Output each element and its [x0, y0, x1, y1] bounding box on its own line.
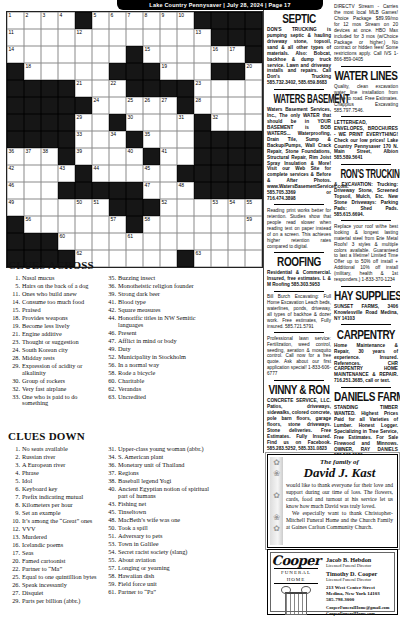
- clue-number: 33: [77, 132, 83, 137]
- ad-text: Home Maintenance & Repair, 30 years of e…: [334, 343, 398, 384]
- clue-number: 27: [162, 98, 168, 103]
- clue-number: 60: [60, 234, 66, 239]
- black-cell: [58, 148, 75, 165]
- white-cell[interactable]: 59: [245, 216, 262, 233]
- clue-number: 54: [230, 200, 236, 205]
- white-cell[interactable]: [194, 46, 211, 63]
- clue-number: 39: [77, 149, 83, 154]
- clue-number: 31: [179, 115, 185, 120]
- white-cell[interactable]: 44: [92, 165, 109, 182]
- clue-number: 25: [128, 98, 134, 103]
- white-cell[interactable]: 26: [143, 97, 160, 114]
- clue-item: 37.Regions: [104, 470, 210, 477]
- clue-number: 37: [26, 149, 32, 154]
- clue-item: 12.VVV: [8, 526, 107, 533]
- white-cell[interactable]: [126, 165, 143, 182]
- white-cell[interactable]: [194, 199, 211, 216]
- black-cell: [211, 131, 228, 148]
- black-cell: [194, 182, 211, 199]
- white-cell[interactable]: 12: [75, 29, 92, 46]
- black-cell: [177, 250, 194, 267]
- white-cell[interactable]: [24, 199, 41, 216]
- white-cell[interactable]: [160, 250, 177, 267]
- clue-item: 29.Expression of acidity or alkalinity: [8, 363, 98, 377]
- clue-item: 40.Ancient Egyptian notion of spiritual …: [104, 486, 210, 500]
- black-cell: [24, 233, 41, 250]
- white-cell[interactable]: [211, 216, 228, 233]
- masthead-banner: Lake Country Pennysaver | July 28, 2024 …: [117, 0, 323, 10]
- black-cell: [7, 80, 24, 97]
- white-cell[interactable]: [92, 250, 109, 267]
- white-cell[interactable]: [58, 29, 75, 46]
- clue-number: 36: [9, 149, 15, 154]
- black-cell: [245, 46, 262, 63]
- clue-item: 62.Verandas: [104, 386, 210, 393]
- clue-number: 44: [94, 166, 100, 171]
- clue-number: 14: [9, 47, 15, 52]
- white-cell[interactable]: [160, 131, 177, 148]
- funeral-home-ad: Cooper FUNERAL HOME Jacob B. Hebdon Lice…: [267, 549, 398, 615]
- white-cell[interactable]: [211, 233, 228, 250]
- clue-number: 23: [196, 81, 202, 86]
- ad-text: Bill Burch Excavating: Full Home Excavat…: [267, 294, 331, 330]
- white-cell[interactable]: [24, 46, 41, 63]
- clue-item: 61.Partner to “Pa”: [104, 589, 210, 596]
- clue-item: 25.Equal to one quintillion bytes: [8, 574, 107, 581]
- white-cell[interactable]: [58, 63, 75, 80]
- clue-item: 22.Partner to “Ma”: [8, 566, 107, 573]
- clue-item: 54.Secret racist society (slang): [104, 549, 210, 556]
- white-cell[interactable]: [41, 165, 58, 182]
- white-cell[interactable]: [109, 46, 126, 63]
- black-cell: [75, 165, 92, 182]
- cooper-email[interactable]: CooperFuneralHome@gmail.com: [326, 605, 394, 611]
- white-cell[interactable]: [109, 165, 126, 182]
- white-cell[interactable]: [41, 63, 58, 80]
- white-cell[interactable]: 33: [75, 131, 92, 148]
- black-cell: [126, 46, 143, 63]
- clue-number: 29: [77, 115, 83, 120]
- white-cell[interactable]: 10: [177, 12, 194, 29]
- white-cell[interactable]: [177, 46, 194, 63]
- white-cell[interactable]: [177, 199, 194, 216]
- clue-item: 60.Charitable: [104, 378, 210, 385]
- white-cell[interactable]: [245, 233, 262, 250]
- white-cell[interactable]: [160, 182, 177, 199]
- white-cell[interactable]: 4: [58, 12, 75, 29]
- black-cell: [228, 182, 245, 199]
- white-cell[interactable]: [211, 80, 228, 97]
- clue-number: 22: [111, 81, 117, 86]
- white-cell[interactable]: [143, 250, 160, 267]
- white-cell[interactable]: [143, 114, 160, 131]
- memorial-paragraph: We especially want to thank Christopher-…: [286, 510, 393, 531]
- white-cell[interactable]: [92, 46, 109, 63]
- white-cell[interactable]: 15: [143, 46, 160, 63]
- white-cell[interactable]: 1: [7, 12, 24, 29]
- white-cell[interactable]: [228, 97, 245, 114]
- black-cell: [245, 148, 262, 165]
- ad-headline: ROOFING: [267, 253, 331, 272]
- clue-number: 28: [196, 98, 202, 103]
- black-cell: [7, 114, 24, 131]
- black-cell: [41, 114, 58, 131]
- white-cell[interactable]: [228, 216, 245, 233]
- white-cell[interactable]: [109, 29, 126, 46]
- clue-item: 6.Keyboard key: [8, 486, 107, 493]
- clue-number: 6: [111, 13, 114, 18]
- white-cell[interactable]: [75, 233, 92, 250]
- white-cell[interactable]: 61: [126, 233, 143, 250]
- black-cell: [211, 165, 228, 182]
- white-cell[interactable]: 14: [7, 46, 24, 63]
- white-cell[interactable]: 11: [7, 29, 24, 46]
- black-cell: [245, 29, 262, 46]
- clue-item: 58.Hawaiian dish: [104, 573, 210, 580]
- white-cell[interactable]: [194, 63, 211, 80]
- black-cell: [58, 80, 75, 97]
- clue-item: 36.Monotheistic religion founder: [104, 283, 210, 290]
- cooper-website[interactable]: CooperFuneralHome.com: [326, 611, 394, 617]
- black-cell: [41, 97, 58, 114]
- white-cell[interactable]: 19: [160, 63, 177, 80]
- white-cell[interactable]: 13: [194, 29, 211, 46]
- white-cell[interactable]: [92, 63, 109, 80]
- white-cell[interactable]: 56: [24, 216, 41, 233]
- clue-item: 44.Honorific titles in NW Semitic langua…: [104, 315, 210, 329]
- white-cell[interactable]: [177, 216, 194, 233]
- white-cell[interactable]: 63: [194, 250, 211, 267]
- clue-item: 11.Ones who build anew: [8, 291, 98, 298]
- white-cell[interactable]: [177, 63, 194, 80]
- white-cell[interactable]: [58, 46, 75, 63]
- clue-item: 58.Rode a bicycle: [104, 370, 210, 377]
- ad-text: DIRECTV Stream - Carries the most local …: [334, 4, 398, 63]
- white-cell[interactable]: [41, 29, 58, 46]
- black-cell: [7, 63, 24, 80]
- clue-item: 16.Icelandic poems: [8, 542, 107, 549]
- ad-text: Professional lawn service: Fertilization…: [267, 336, 331, 377]
- white-cell[interactable]: [245, 114, 262, 131]
- clue-item: 51.Adversary to pets: [104, 533, 210, 540]
- white-cell[interactable]: 60: [58, 233, 75, 250]
- ad-text: SUNSET FARMS, 3406 Knowlesville Road Med…: [334, 304, 398, 322]
- black-cell: [245, 165, 262, 182]
- black-cell: [228, 131, 245, 148]
- white-cell[interactable]: 21: [75, 80, 92, 97]
- white-cell[interactable]: [92, 131, 109, 148]
- white-cell[interactable]: 3: [41, 12, 58, 29]
- white-cell[interactable]: [160, 165, 177, 182]
- white-cell[interactable]: 32: [211, 114, 228, 131]
- white-cell[interactable]: [92, 216, 109, 233]
- white-cell[interactable]: [143, 29, 160, 46]
- black-cell: [194, 165, 211, 182]
- ad-divider: [274, 332, 324, 333]
- white-cell[interactable]: [177, 29, 194, 46]
- white-cell[interactable]: [109, 97, 126, 114]
- white-cell[interactable]: [228, 80, 245, 97]
- ad-headline: WATER LINES: [334, 67, 398, 86]
- black-cell: [24, 80, 41, 97]
- white-cell[interactable]: 8: [143, 12, 160, 29]
- ads-column-left: SEPTICDON'S TRUCKING is pumping septic &…: [267, 10, 331, 453]
- white-cell[interactable]: 23: [194, 80, 211, 97]
- white-cell[interactable]: 17: [228, 46, 245, 63]
- white-cell[interactable]: 41: [160, 148, 177, 165]
- white-cell[interactable]: [160, 46, 177, 63]
- clue-item: 42.Square measures: [104, 307, 210, 314]
- ad-text: STANDING TIMBER WANTED. Highest Prices P…: [334, 405, 398, 458]
- clue-item: 29.Parts per billion (abbr.): [8, 598, 107, 605]
- white-cell[interactable]: 37: [24, 148, 41, 165]
- white-cell[interactable]: [194, 216, 211, 233]
- black-cell: [109, 182, 126, 199]
- white-cell[interactable]: [58, 216, 75, 233]
- clue-number: 15: [145, 47, 151, 52]
- white-cell[interactable]: [75, 63, 92, 80]
- clues-across-col2: 35.Buzzing insect36.Monotheistic religio…: [104, 275, 210, 402]
- clue-number: 38: [43, 149, 49, 154]
- white-cell[interactable]: 25: [126, 97, 143, 114]
- white-cell[interactable]: [24, 165, 41, 182]
- white-cell[interactable]: 35: [143, 131, 160, 148]
- clue-number: 51: [94, 200, 100, 205]
- white-cell[interactable]: 28: [194, 97, 211, 114]
- clue-item: 43.Fishing net: [104, 501, 210, 508]
- white-cell[interactable]: [109, 233, 126, 250]
- white-cell[interactable]: [75, 216, 92, 233]
- white-cell[interactable]: [245, 80, 262, 97]
- clue-item: 15.Praised: [8, 307, 98, 314]
- white-cell[interactable]: 39: [75, 148, 92, 165]
- white-cell[interactable]: 7: [126, 12, 143, 29]
- white-cell[interactable]: 46: [7, 182, 24, 199]
- white-cell[interactable]: 22: [109, 80, 126, 97]
- white-cell[interactable]: [177, 131, 194, 148]
- white-cell[interactable]: 50: [75, 199, 92, 216]
- clue-number: 19: [162, 64, 168, 69]
- ad-headline: DANIELS FARM: [334, 388, 398, 407]
- white-cell[interactable]: [160, 216, 177, 233]
- white-cell[interactable]: [228, 250, 245, 267]
- black-cell: [126, 131, 143, 148]
- clues-down-col1: 1.No seats available2.Russian river3.A E…: [8, 446, 107, 606]
- clue-item: 23.Thought or suggestion: [8, 339, 98, 346]
- clue-item: 47.Afflict in mind or body: [104, 338, 210, 345]
- white-cell[interactable]: 16: [211, 46, 228, 63]
- clue-number: 48: [179, 183, 185, 188]
- clue-number: 49: [9, 200, 15, 205]
- white-cell[interactable]: 52: [160, 199, 177, 216]
- clue-number: 1: [9, 13, 12, 18]
- white-cell[interactable]: [109, 148, 126, 165]
- clue-number: 42: [9, 166, 15, 171]
- white-cell[interactable]: 57: [109, 216, 126, 233]
- white-cell[interactable]: 2: [24, 12, 41, 29]
- white-cell[interactable]: 58: [143, 216, 160, 233]
- ad-divider: [274, 291, 324, 292]
- black-cell: [143, 148, 160, 165]
- white-cell[interactable]: 55: [245, 199, 262, 216]
- ad-divider: [341, 220, 391, 221]
- white-cell[interactable]: 40: [126, 148, 143, 165]
- clue-item: 39.Strong dark beer: [104, 291, 210, 298]
- white-cell[interactable]: [41, 216, 58, 233]
- black-cell: [109, 199, 126, 216]
- black-cell: [126, 216, 143, 233]
- black-cell: [24, 114, 41, 131]
- white-cell[interactable]: [92, 80, 109, 97]
- crossword-grid[interactable]: 1234567891011121314151617181920212223242…: [6, 11, 263, 268]
- ad-text: & EXCAVATION: Trucking: Driveway Stone, …: [334, 182, 398, 218]
- black-cell: [228, 29, 245, 46]
- clue-item: 17.Seas: [8, 550, 107, 557]
- white-cell[interactable]: [41, 182, 58, 199]
- clue-item: 36.Monetary unit of Thailand: [104, 462, 210, 469]
- white-cell[interactable]: 9: [160, 12, 177, 29]
- white-cell[interactable]: 42: [7, 165, 24, 182]
- black-cell: [58, 131, 75, 148]
- clue-number: 10: [179, 13, 185, 18]
- black-cell: [194, 148, 211, 165]
- black-cell: [41, 233, 58, 250]
- black-cell: [126, 80, 143, 97]
- white-cell[interactable]: [58, 199, 75, 216]
- white-cell[interactable]: 6: [109, 12, 126, 29]
- clue-number: 26: [145, 98, 151, 103]
- white-cell[interactable]: [109, 250, 126, 267]
- clue-number: 32: [213, 115, 219, 120]
- white-cell[interactable]: [41, 199, 58, 216]
- ad-headline: HAY SUPPLIES: [334, 287, 398, 306]
- white-cell[interactable]: [177, 148, 194, 165]
- white-cell[interactable]: 30: [126, 114, 143, 131]
- white-cell[interactable]: 48: [177, 182, 194, 199]
- white-cell[interactable]: [245, 250, 262, 267]
- clue-item: 26.Speak incessantly: [8, 582, 107, 589]
- ad-text: Waters Basement Services, Inc., The only…: [267, 107, 331, 202]
- black-cell: [58, 182, 75, 199]
- ad-text: DON'S TRUCKING is pumping septic & hauli…: [267, 27, 331, 86]
- clues-down-heading: CLUES DOWN: [8, 431, 85, 442]
- white-cell[interactable]: [194, 233, 211, 250]
- white-cell[interactable]: [41, 46, 58, 63]
- clue-number: 57: [111, 217, 117, 222]
- white-cell[interactable]: 24: [92, 97, 109, 114]
- black-cell: [245, 182, 262, 199]
- white-cell[interactable]: [24, 29, 41, 46]
- clue-number: 62: [77, 251, 83, 256]
- white-cell[interactable]: 34: [109, 131, 126, 148]
- clue-item: 2.Russian river: [8, 454, 107, 461]
- white-cell[interactable]: 29: [75, 114, 92, 131]
- clue-number: 17: [230, 47, 236, 52]
- clue-number: 40: [128, 149, 134, 154]
- cooper-phone: 585-798-3000: [326, 597, 394, 603]
- white-cell[interactable]: [143, 233, 160, 250]
- white-cell[interactable]: [160, 233, 177, 250]
- black-cell: [194, 114, 211, 131]
- white-cell[interactable]: [126, 29, 143, 46]
- black-cell: [143, 63, 160, 80]
- white-cell[interactable]: [245, 97, 262, 114]
- clue-item: 8.Kilometers per hour: [8, 502, 107, 509]
- cooper-subtitle: FUNERAL HOME: [274, 568, 318, 584]
- white-cell[interactable]: [177, 233, 194, 250]
- black-cell: [109, 63, 126, 80]
- white-cell[interactable]: [75, 46, 92, 63]
- memorial-name: David J. Kast: [286, 466, 393, 480]
- black-cell: [228, 12, 245, 29]
- white-cell[interactable]: [24, 182, 41, 199]
- white-cell[interactable]: 54: [228, 199, 245, 216]
- clue-item: 28.Midday rests: [8, 355, 98, 362]
- clue-item: 49.Duty: [104, 346, 210, 353]
- white-cell[interactable]: 27: [160, 97, 177, 114]
- white-cell[interactable]: [228, 233, 245, 250]
- white-cell[interactable]: [211, 97, 228, 114]
- clue-item: 27.Disquiet: [8, 590, 107, 597]
- white-cell[interactable]: [160, 29, 177, 46]
- white-cell[interactable]: [211, 250, 228, 267]
- clue-number: 13: [196, 30, 202, 35]
- black-cell: [92, 182, 109, 199]
- memorial-paragraph: would like to thank everyone for their l…: [286, 482, 393, 510]
- white-cell[interactable]: 18: [24, 63, 41, 80]
- clue-item: 21.Engine additive: [8, 331, 98, 338]
- column-icon: [281, 586, 311, 615]
- white-cell[interactable]: 5: [92, 12, 109, 29]
- clue-number: 9: [162, 13, 165, 18]
- clue-number: 2: [26, 13, 29, 18]
- white-cell[interactable]: 31: [177, 114, 194, 131]
- white-cell[interactable]: [92, 114, 109, 131]
- white-cell[interactable]: 47: [143, 182, 160, 199]
- clue-number: 56: [26, 217, 32, 222]
- ad-divider: [274, 204, 324, 205]
- clues-across-heading: CLUES ACROSS: [8, 260, 94, 271]
- white-cell[interactable]: 51: [92, 199, 109, 216]
- clue-item: 9.Set an example: [8, 510, 107, 517]
- clue-number: 53: [213, 200, 219, 205]
- white-cell[interactable]: [92, 148, 109, 165]
- clue-item: 7.Prefix indicating mutual: [8, 494, 107, 501]
- white-cell[interactable]: [92, 29, 109, 46]
- white-cell[interactable]: 20: [245, 63, 262, 80]
- black-cell: [24, 131, 41, 148]
- floral-ornament-icon: ✿❀✿❀✿: [270, 457, 283, 545]
- black-cell: [177, 80, 194, 97]
- black-cell: [228, 63, 245, 80]
- white-cell[interactable]: 38: [41, 148, 58, 165]
- white-cell[interactable]: [126, 250, 143, 267]
- clue-number: 20: [247, 64, 253, 69]
- white-cell[interactable]: 36: [7, 148, 24, 165]
- clue-item: 30.Group of rockers: [8, 378, 98, 385]
- black-cell: [7, 131, 24, 148]
- white-cell[interactable]: [92, 233, 109, 250]
- white-cell[interactable]: 49: [7, 199, 24, 216]
- clue-item: 3.A European river: [8, 462, 107, 469]
- clue-number: 41: [162, 149, 168, 154]
- white-cell[interactable]: 43: [58, 165, 75, 182]
- white-cell[interactable]: 45: [143, 165, 160, 182]
- white-cell[interactable]: 53: [211, 199, 228, 216]
- clue-item: 59.Field force unit: [104, 581, 210, 588]
- white-cell[interactable]: [228, 114, 245, 131]
- white-cell[interactable]: [160, 114, 177, 131]
